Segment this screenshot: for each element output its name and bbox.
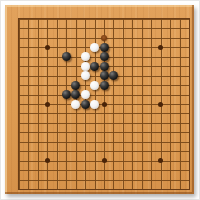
black-stone — [100, 81, 109, 90]
white-stone — [81, 62, 90, 71]
hoshi-like-dot-marker — [101, 35, 107, 41]
black-stone — [81, 100, 90, 109]
star-point — [158, 158, 163, 163]
white-stone — [90, 100, 99, 109]
black-stone — [100, 62, 109, 71]
go-board[interactable] — [5, 5, 194, 194]
black-stone — [62, 52, 71, 61]
white-stone — [81, 90, 90, 99]
black-stone — [109, 71, 118, 80]
white-stone — [81, 52, 90, 61]
star-point — [102, 158, 107, 163]
black-stone — [100, 43, 109, 52]
white-stone — [90, 43, 99, 52]
black-stone — [100, 52, 109, 61]
black-stone — [90, 62, 99, 71]
star-point — [45, 45, 50, 50]
page-root — [0, 0, 200, 200]
black-stone — [71, 81, 80, 90]
black-stone — [71, 90, 80, 99]
white-stone — [90, 81, 99, 90]
white-stone — [71, 100, 80, 109]
black-stone — [62, 90, 71, 99]
star-point — [158, 45, 163, 50]
go-grid — [18, 18, 190, 190]
black-stone — [100, 71, 109, 80]
star-point — [158, 102, 163, 107]
star-point — [102, 102, 107, 107]
white-stone — [81, 71, 90, 80]
star-point — [45, 102, 50, 107]
star-point — [45, 158, 50, 163]
